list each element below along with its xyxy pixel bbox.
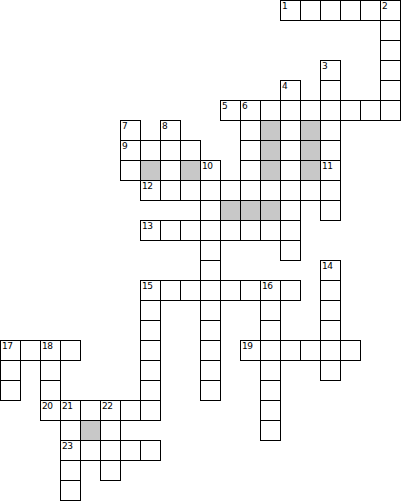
cell-r0-c16[interactable] <box>320 0 341 21</box>
cell-r22-c7[interactable] <box>140 440 161 461</box>
cell-r11-c7[interactable] <box>140 220 161 241</box>
cell-r22-c3[interactable] <box>60 440 81 461</box>
cell-r19-c2[interactable] <box>40 380 61 401</box>
cell-r1-c19[interactable] <box>380 20 401 41</box>
cell-r18-c16[interactable] <box>320 360 341 381</box>
cell-r7-c9[interactable] <box>180 140 201 161</box>
cell-r14-c13[interactable] <box>260 280 281 301</box>
cell-r17-c14[interactable] <box>280 340 301 361</box>
cell-r8-c14[interactable] <box>280 160 301 181</box>
cell-r19-c13[interactable] <box>260 380 281 401</box>
cell-r7-c15-shaded[interactable] <box>300 140 321 161</box>
cell-r8-c7-shaded[interactable] <box>140 160 161 181</box>
cell-r5-c18[interactable] <box>360 100 381 121</box>
cell-r15-c7[interactable] <box>140 300 161 321</box>
cell-r15-c13[interactable] <box>260 300 281 321</box>
cell-r9-c14[interactable] <box>280 180 301 201</box>
cell-r13-c16[interactable] <box>320 260 341 281</box>
cell-r23-c5[interactable] <box>100 460 121 481</box>
cell-r11-c9[interactable] <box>180 220 201 241</box>
cell-r6-c16[interactable] <box>320 120 341 141</box>
cell-r9-c11[interactable] <box>220 180 241 201</box>
cell-r9-c16[interactable] <box>320 180 341 201</box>
cell-r8-c12[interactable] <box>240 160 261 181</box>
cell-r3-c19[interactable] <box>380 60 401 81</box>
cell-r13-c10[interactable] <box>200 260 221 281</box>
cell-r18-c7[interactable] <box>140 360 161 381</box>
cell-r3-c16[interactable] <box>320 60 341 81</box>
cell-r14-c11[interactable] <box>220 280 241 301</box>
cell-r18-c13[interactable] <box>260 360 281 381</box>
cell-r6-c15-shaded[interactable] <box>300 120 321 141</box>
cell-r14-c16[interactable] <box>320 280 341 301</box>
cell-r6-c8[interactable] <box>160 120 181 141</box>
cell-r10-c16[interactable] <box>320 200 341 221</box>
cell-r9-c7[interactable] <box>140 180 161 201</box>
cell-r7-c16[interactable] <box>320 140 341 161</box>
cell-r22-c4[interactable] <box>80 440 101 461</box>
cell-r8-c9-shaded[interactable] <box>180 160 201 181</box>
cell-r4-c16[interactable] <box>320 80 341 101</box>
cell-r4-c14[interactable] <box>280 80 301 101</box>
cell-r11-c12[interactable] <box>240 220 261 241</box>
cell-r12-c14[interactable] <box>280 240 301 261</box>
cell-r17-c3[interactable] <box>60 340 81 361</box>
cell-r5-c16[interactable] <box>320 100 341 121</box>
cell-r9-c13[interactable] <box>260 180 281 201</box>
cell-r8-c13-shaded[interactable] <box>260 160 281 181</box>
cell-r11-c10[interactable] <box>200 220 221 241</box>
cell-r17-c17[interactable] <box>340 340 361 361</box>
cell-r22-c6[interactable] <box>120 440 141 461</box>
cell-r5-c15[interactable] <box>300 100 321 121</box>
cell-r15-c16[interactable] <box>320 300 341 321</box>
cell-r7-c14[interactable] <box>280 140 301 161</box>
cell-r10-c10[interactable] <box>200 200 221 221</box>
cell-r9-c15[interactable] <box>300 180 321 201</box>
cell-r24-c3[interactable] <box>60 480 81 501</box>
cell-r17-c1[interactable] <box>20 340 41 361</box>
cell-r11-c11[interactable] <box>220 220 241 241</box>
cell-r4-c19[interactable] <box>380 80 401 101</box>
cell-r17-c13[interactable] <box>260 340 281 361</box>
cell-r14-c12[interactable] <box>240 280 261 301</box>
cell-r17-c12[interactable] <box>240 340 261 361</box>
cell-r2-c19[interactable] <box>380 40 401 61</box>
cell-r10-c11-shaded[interactable] <box>220 200 241 221</box>
cell-r10-c14[interactable] <box>280 200 301 221</box>
cell-r17-c10[interactable] <box>200 340 221 361</box>
cell-r10-c13-shaded[interactable] <box>260 200 281 221</box>
cell-r5-c17[interactable] <box>340 100 361 121</box>
cell-r8-c8[interactable] <box>160 160 181 181</box>
cell-r14-c7[interactable] <box>140 280 161 301</box>
cell-r14-c8[interactable] <box>160 280 181 301</box>
cell-r11-c14[interactable] <box>280 220 301 241</box>
cell-r5-c19[interactable] <box>380 100 401 121</box>
cell-r14-c14[interactable] <box>280 280 301 301</box>
cell-r14-c10[interactable] <box>200 280 221 301</box>
cell-r18-c2[interactable] <box>40 360 61 381</box>
cell-r17-c0[interactable] <box>0 340 21 361</box>
cell-r0-c19[interactable] <box>380 0 401 21</box>
cell-r0-c18[interactable] <box>360 0 381 21</box>
cell-r12-c10[interactable] <box>200 240 221 261</box>
cell-r6-c6[interactable] <box>120 120 141 141</box>
cell-r21-c3[interactable] <box>60 420 81 441</box>
cell-r19-c7[interactable] <box>140 380 161 401</box>
cell-r7-c12[interactable] <box>240 140 261 161</box>
cell-r7-c13-shaded[interactable] <box>260 140 281 161</box>
crossword-board: 1234567891011121314151617181920212223 <box>0 0 401 501</box>
cell-r6-c12[interactable] <box>240 120 261 141</box>
cell-r20-c13[interactable] <box>260 400 281 421</box>
cell-r9-c8[interactable] <box>160 180 181 201</box>
cell-r8-c15-shaded[interactable] <box>300 160 321 181</box>
cell-r16-c10[interactable] <box>200 320 221 341</box>
cell-r8-c10[interactable] <box>200 160 221 181</box>
cell-r9-c9[interactable] <box>180 180 201 201</box>
cell-r23-c3[interactable] <box>60 460 81 481</box>
cell-r22-c5[interactable] <box>100 440 121 461</box>
cell-r17-c2[interactable] <box>40 340 61 361</box>
cell-r20-c2[interactable] <box>40 400 61 421</box>
cell-r21-c4-shaded[interactable] <box>80 420 101 441</box>
cell-r16-c13[interactable] <box>260 320 281 341</box>
cell-r16-c16[interactable] <box>320 320 341 341</box>
cell-r19-c10[interactable] <box>200 380 221 401</box>
cell-r9-c12[interactable] <box>240 180 261 201</box>
cell-r8-c16[interactable] <box>320 160 341 181</box>
cell-r0-c14[interactable] <box>280 0 301 21</box>
cell-r8-c6[interactable] <box>120 160 141 181</box>
cell-r20-c6[interactable] <box>120 400 141 421</box>
cell-r20-c7[interactable] <box>140 400 161 421</box>
cell-r5-c13[interactable] <box>260 100 281 121</box>
cell-r17-c16[interactable] <box>320 340 341 361</box>
cell-r9-c10[interactable] <box>200 180 221 201</box>
cell-r0-c15[interactable] <box>300 0 321 21</box>
cell-r11-c13[interactable] <box>260 220 281 241</box>
cell-r18-c0[interactable] <box>0 360 21 381</box>
cell-r20-c4[interactable] <box>80 400 101 421</box>
cell-r6-c13-shaded[interactable] <box>260 120 281 141</box>
cell-r20-c3[interactable] <box>60 400 81 421</box>
cell-r7-c8[interactable] <box>160 140 181 161</box>
cell-r21-c5[interactable] <box>100 420 121 441</box>
cell-r21-c13[interactable] <box>260 420 281 441</box>
cell-r15-c10[interactable] <box>200 300 221 321</box>
cell-r17-c15[interactable] <box>300 340 321 361</box>
cell-r5-c14[interactable] <box>280 100 301 121</box>
cell-r20-c5[interactable] <box>100 400 121 421</box>
cell-r14-c9[interactable] <box>180 280 201 301</box>
cell-r17-c7[interactable] <box>140 340 161 361</box>
cell-r10-c12-shaded[interactable] <box>240 200 261 221</box>
cell-r16-c7[interactable] <box>140 320 161 341</box>
cell-r7-c7[interactable] <box>140 140 161 161</box>
cell-r18-c10[interactable] <box>200 360 221 381</box>
cell-r19-c0[interactable] <box>0 380 21 401</box>
cell-r5-c11[interactable] <box>220 100 241 121</box>
cell-r11-c8[interactable] <box>160 220 181 241</box>
cell-r6-c14[interactable] <box>280 120 301 141</box>
cell-r5-c12[interactable] <box>240 100 261 121</box>
cell-r0-c17[interactable] <box>340 0 361 21</box>
cell-r7-c6[interactable] <box>120 140 141 161</box>
